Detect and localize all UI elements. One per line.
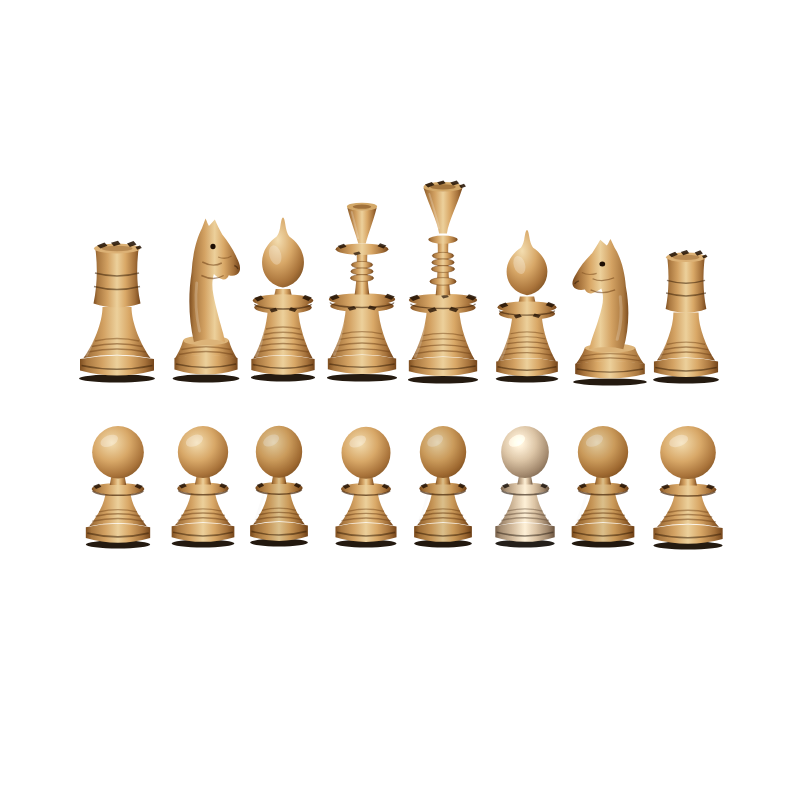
bishop-silhouette (490, 225, 564, 383)
knight-silhouette (167, 213, 245, 383)
chess-piece-pawn (565, 420, 641, 548)
chess-piece-knight (167, 213, 245, 383)
pawn-silhouette (646, 420, 730, 550)
chess-piece-pawn (244, 420, 314, 547)
knight-silhouette (567, 234, 653, 386)
pawn-silhouette (165, 420, 241, 548)
chess-piece-bishop (245, 212, 321, 382)
chess-piece-pawn (646, 420, 730, 550)
chess-piece-pawn (489, 420, 561, 548)
chess-piece-pawn (408, 420, 478, 548)
chess-piece-rook (72, 228, 162, 383)
pawn-silhouette (408, 420, 478, 548)
king-silhouette (402, 175, 484, 384)
queen-silhouette (321, 193, 403, 382)
rook-silhouette (647, 238, 725, 384)
chess-piece-queen (321, 193, 403, 382)
rook-silhouette (72, 228, 162, 383)
pawn-silhouette (565, 420, 641, 548)
chess-piece-rook (647, 238, 725, 384)
chess-piece-bishop (490, 225, 564, 383)
chess-piece-pawn (79, 420, 157, 549)
chess-piece-king (402, 175, 484, 384)
chess-piece-pawn (165, 420, 241, 548)
pawn-silhouette (244, 420, 314, 547)
chess-piece-knight (567, 234, 653, 386)
pawn-silhouette (79, 420, 157, 549)
pawn-silhouette (489, 420, 561, 548)
chess-piece-pawn (329, 421, 403, 548)
pawn-silhouette (329, 421, 403, 548)
bishop-silhouette (245, 212, 321, 382)
chess-set-photo (0, 0, 800, 800)
